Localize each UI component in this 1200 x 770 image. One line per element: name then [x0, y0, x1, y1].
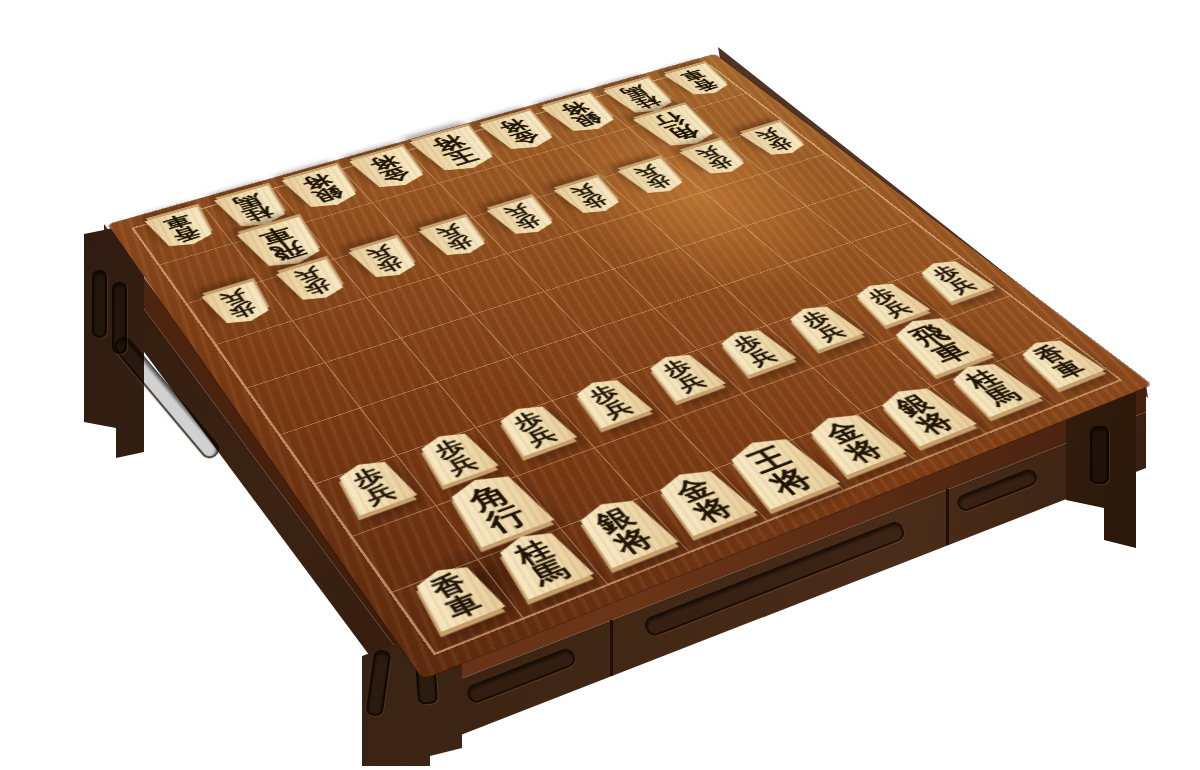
piece-kanji: 歩兵 [292, 266, 336, 298]
piece-kanji: 桂馬 [231, 192, 277, 224]
piece-kanji: 歩兵 [567, 183, 611, 211]
piece-kanji: 歩兵 [364, 244, 408, 275]
board-grid: 香車桂馬銀将金将玉将金将銀将桂馬香車飛車角行歩兵歩兵歩兵歩兵歩兵歩兵歩兵歩兵歩兵… [131, 64, 1122, 655]
groove-small-drawer[interactable] [955, 467, 1039, 513]
piece-kanji: 歩兵 [509, 409, 560, 448]
piece-kanji: 金将 [366, 153, 415, 185]
piece-gote-lance[interactable]: 香車 [664, 63, 737, 99]
piece-kanji: 歩兵 [585, 383, 637, 421]
piece-face: 歩兵 [740, 122, 813, 160]
piece-kanji: 歩兵 [928, 264, 980, 296]
piece-kanji: 香車 [160, 212, 203, 243]
piece-kanji: 歩兵 [502, 203, 546, 232]
piece-kanji: 桂馬 [511, 537, 574, 589]
piece-kanji: 銀将 [556, 99, 605, 128]
piece-kanji: 角行 [650, 111, 705, 143]
piece-kanji: 金将 [495, 117, 544, 147]
piece-kanji: 角行 [463, 481, 531, 536]
drawer-seam-left [610, 620, 613, 676]
piece-kanji: 歩兵 [217, 288, 260, 321]
shogi-set-photo: 香車桂馬銀将金将玉将金将銀将桂馬香車飛車角行歩兵歩兵歩兵歩兵歩兵歩兵歩兵歩兵歩兵… [0, 0, 1200, 770]
piece-gote-pawn[interactable]: 歩兵 [487, 197, 562, 239]
piece-kanji: 銀将 [891, 392, 958, 438]
piece-kanji: 香車 [1030, 343, 1090, 381]
piece-kanji: 歩兵 [349, 465, 400, 507]
leg-slot [365, 649, 391, 717]
piece-kanji: 歩兵 [631, 164, 675, 191]
leg-slot [1090, 426, 1109, 484]
piece-kanji: 香車 [427, 571, 486, 622]
piece-kanji: 金将 [670, 475, 737, 526]
piece-kanji: 桂馬 [961, 367, 1024, 409]
piece-kanji: 歩兵 [658, 357, 710, 393]
piece-gote-pawn[interactable]: 歩兵 [740, 122, 813, 160]
piece-face: 香車 [1011, 334, 1106, 389]
piece-kanji: 飛車 [905, 322, 974, 366]
piece-gote-lance[interactable]: 香車 [144, 206, 221, 252]
piece-kanji: 飛車 [256, 224, 310, 262]
piece-kanji: 銀将 [591, 505, 658, 558]
piece-kanji: 歩兵 [434, 223, 478, 253]
leg-slot [112, 282, 127, 354]
piece-sente-pawn[interactable]: 歩兵 [490, 400, 577, 457]
leg-slot [92, 270, 107, 338]
shogi-board: 香車桂馬銀将金将玉将金将銀将桂馬香車飛車角行歩兵歩兵歩兵歩兵歩兵歩兵歩兵歩兵歩兵… [108, 54, 1152, 679]
piece-kanji: 玉将 [428, 133, 483, 168]
piece-kanji: 歩兵 [430, 437, 481, 477]
piece-kanji: 桂馬 [617, 84, 664, 111]
piece-sente-lance[interactable]: 香車 [1011, 334, 1106, 389]
piece-kanji: 銀将 [299, 171, 348, 204]
drawer-seam-right [946, 489, 949, 545]
